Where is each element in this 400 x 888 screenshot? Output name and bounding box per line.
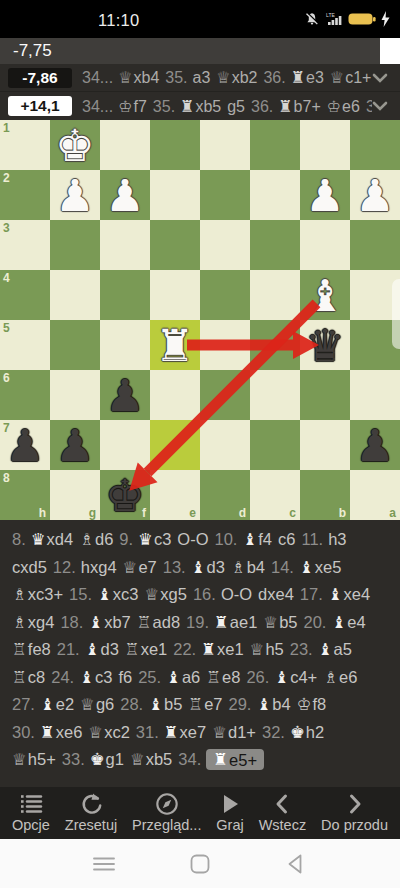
file-label: b (339, 506, 346, 520)
move-token[interactable]: ♖ad8 (137, 613, 180, 631)
file-label: a (389, 506, 396, 520)
square-g4[interactable] (50, 270, 100, 320)
move-token[interactable]: ♝b4 (256, 695, 290, 713)
white-pawn[interactable]: ♟ (100, 170, 150, 220)
move-token[interactable]: O-O (177, 530, 208, 548)
move-number: 19. (186, 613, 209, 631)
move-list-line: 8.♛xd4♗d69.♛c3O-O10.♝f4c611.h3 (12, 526, 388, 554)
square-d2[interactable] (200, 170, 250, 220)
white-bishop-figurine: ♝ (97, 585, 112, 604)
white-pawn[interactable]: ♟ (350, 170, 400, 220)
move-number: 36. (251, 98, 273, 115)
move-token[interactable]: ♝xe5 (299, 558, 341, 576)
white-bishop-figurine: ♝ (85, 640, 100, 659)
move-token[interactable]: ♝c4+ (274, 668, 317, 686)
white-rook[interactable]: ♜ (150, 320, 200, 370)
move-token[interactable]: ♕h5+ (12, 750, 56, 768)
move-token[interactable]: ♝xb7 (88, 613, 130, 631)
square-g3[interactable] (50, 220, 100, 270)
square-c8[interactable]: c (250, 470, 300, 520)
move-token[interactable]: ♜xe7 (164, 723, 206, 741)
rank-label: 5 (3, 321, 10, 335)
move-number: 31. (136, 723, 159, 741)
move-token[interactable]: ♛xd4 (31, 530, 73, 548)
square-a1[interactable] (350, 120, 400, 170)
review-button[interactable]: Przegląd... (132, 787, 201, 839)
square-c7[interactable] (250, 420, 300, 470)
move-number: 30. (12, 723, 35, 741)
move-token[interactable]: ♚h2 (290, 723, 324, 741)
white-bishop[interactable]: ♝ (300, 270, 350, 320)
square-a7[interactable]: ♟ (350, 420, 400, 470)
back-move-label: Wstecz (259, 817, 307, 833)
black-king-figurine: ♔ (297, 695, 312, 714)
square-h3[interactable]: 3 (0, 220, 50, 270)
black-pawn[interactable]: ♟ (350, 420, 400, 470)
move-token[interactable]: ♗b4 (231, 558, 265, 576)
android-nav-bar (0, 839, 400, 888)
white-bishop-figurine: ♝ (88, 613, 103, 632)
move-token[interactable]: ♝b5 (148, 695, 182, 713)
square-g7[interactable]: ♟ (50, 420, 100, 470)
square-e7[interactable] (150, 420, 200, 470)
move-number: 14. (271, 558, 294, 576)
square-d5[interactable] (200, 320, 250, 370)
black-queen[interactable]: ♛ (300, 320, 350, 370)
black-queen-figurine: ♕ (12, 750, 27, 769)
rank-label: 3 (3, 221, 10, 235)
square-h2[interactable]: 2 (0, 170, 50, 220)
square-c2[interactable] (250, 170, 300, 220)
white-bishop-figurine: ♝ (242, 530, 257, 549)
engine-line-2[interactable]: +14,1 34...♔f735.♜xb5g536.♜b7+♔e637. (0, 91, 400, 120)
move-number: 33. (62, 750, 85, 768)
move-token[interactable]: ♕xc2 (88, 723, 129, 741)
options-list-icon (19, 793, 43, 815)
square-b4[interactable]: ♝ (300, 270, 350, 320)
move-number: 35. (153, 98, 175, 115)
move-number: 20. (304, 613, 327, 631)
clock-text: 11:10 (98, 0, 140, 40)
white-rook-figurine: ♜ (180, 97, 194, 116)
square-f2[interactable]: ♟ (100, 170, 150, 220)
square-a2[interactable]: ♟ (350, 170, 400, 220)
white-bishop-figurine: ♝ (79, 668, 94, 687)
move-list-line: ♖c824.♝c3f625.♝a6♖e826.♝c4+♗e6 (12, 664, 388, 692)
black-queen-figurine: ♕ (88, 723, 103, 742)
move-number: 23. (290, 640, 313, 658)
black-rook-figurine: ♖ (12, 668, 27, 687)
move-token[interactable]: ♝a6 (166, 668, 200, 686)
square-h6[interactable]: 6 (0, 370, 50, 420)
move-number: 11. (301, 530, 323, 548)
move-number: 27. (12, 695, 35, 713)
move-token[interactable]: ♜xe6 (40, 723, 82, 741)
move-list-line: ♕h5+33.♚g1♕xb534.♜e5+ (12, 746, 388, 774)
black-queen-figurine: ♕ (250, 640, 265, 659)
black-queen-figurine: ♕ (212, 723, 227, 742)
move-token[interactable]: ♝a5 (318, 640, 352, 658)
evaluation-score: -7,75 (13, 38, 52, 64)
move-number: 13. (163, 558, 186, 576)
options-label: Opcje (12, 817, 50, 833)
status-bar: 11:10 LTE (0, 0, 400, 38)
square-f5[interactable] (100, 320, 150, 370)
move-token[interactable]: ♛c3 (138, 530, 171, 548)
square-e1[interactable] (150, 120, 200, 170)
square-g2[interactable]: ♟ (50, 170, 100, 220)
black-rook-figurine: ♖ (188, 695, 203, 714)
file-label: c (289, 506, 296, 520)
play-button[interactable]: Graj (216, 787, 243, 839)
square-d4[interactable] (200, 270, 250, 320)
move-token[interactable]: h3 (328, 530, 346, 548)
black-king-figurine: ♔ (327, 97, 341, 116)
white-rook-figurine: ♜ (291, 68, 305, 87)
white-king-figurine: ♚ (90, 750, 105, 769)
move-token[interactable]: ♕xb2 (216, 69, 257, 86)
move-list-line: cxd512.hxg4♕e713.♝d3♗b414.♝xe5 (12, 554, 388, 582)
move-token[interactable]: ♖e7 (188, 695, 222, 713)
forward-move-button[interactable]: Do przodu (321, 787, 388, 839)
move-token[interactable]: O-O (221, 585, 252, 603)
black-queen-figurine: ♕ (216, 68, 230, 87)
move-list-line: ♗xg418.♝xb7♖ad819.♜ae1♕b520.♝e4 (12, 609, 388, 637)
move-token[interactable]: ♕c1+ (330, 69, 372, 86)
square-e6[interactable] (150, 370, 200, 420)
black-rook-figurine: ♖ (12, 640, 27, 659)
move-number: 12. (53, 558, 76, 576)
square-e2[interactable] (150, 170, 200, 220)
white-rook-figurine: ♜ (278, 97, 292, 116)
back-triangle-icon[interactable] (283, 851, 309, 877)
chevron-right-icon (345, 792, 365, 816)
move-number: 34... (82, 98, 113, 115)
square-f7[interactable] (100, 420, 150, 470)
square-f1[interactable] (100, 120, 150, 170)
move-token[interactable]: ♗d6 (79, 530, 113, 548)
move-token[interactable]: ♝c3 (79, 668, 112, 686)
black-queen-figurine: ♕ (145, 585, 160, 604)
white-rook-figurine: ♜ (40, 723, 55, 742)
reset-icon (79, 792, 103, 816)
home-square-icon[interactable] (187, 851, 213, 877)
move-token[interactable]: ♕xg5 (145, 585, 187, 603)
white-queen-figurine: ♛ (138, 530, 153, 549)
move-number: 15. (69, 585, 92, 603)
black-queen-figurine: ♕ (330, 68, 344, 87)
play-label: Graj (216, 817, 243, 833)
move-token[interactable]: ♜xe1 (201, 640, 243, 658)
move-number: 34. (178, 750, 201, 768)
rank-label: 2 (3, 171, 10, 185)
move-list-line: ♖fe821.♝d3♖xe122.♜xe1♕h523.♝a5 (12, 636, 388, 664)
square-a6[interactable] (350, 370, 400, 420)
square-e5[interactable]: ♜ (150, 320, 200, 370)
black-queen-figurine: ♕ (130, 750, 145, 769)
move-token[interactable]: ♕d1+ (212, 723, 256, 741)
reset-label: Zresetuj (65, 817, 117, 833)
black-king[interactable]: ♚ (100, 470, 150, 520)
white-rook-figurine: ♜ (214, 613, 229, 632)
move-token[interactable]: ♗xg4 (12, 613, 54, 631)
square-g8[interactable]: g (50, 470, 100, 520)
move-token[interactable]: hxg4 (81, 558, 117, 576)
white-bishop-figurine: ♝ (40, 695, 55, 714)
square-h4[interactable]: 4 (0, 270, 50, 320)
square-g1[interactable]: ♚ (50, 120, 100, 170)
file-label: h (39, 506, 46, 520)
move-token[interactable]: ♝xc3 (97, 585, 138, 603)
options-button[interactable]: Opcje (12, 787, 50, 839)
engine-lines: -7,86 34...♕xb435.a3♕xb236.♜e3♕c1+ +14,1… (0, 64, 400, 120)
white-pawn[interactable]: ♟ (50, 170, 100, 220)
white-rook-figurine: ♜ (201, 640, 216, 659)
move-token[interactable]: ♖e8 (206, 668, 240, 686)
white-bishop-figurine: ♝ (331, 613, 346, 632)
square-e3[interactable] (150, 220, 200, 270)
white-bishop-figurine: ♝ (328, 585, 343, 604)
square-b5[interactable]: ♛ (300, 320, 350, 370)
white-bishop-figurine: ♝ (166, 668, 181, 687)
rank-label: 4 (3, 271, 10, 285)
square-d6[interactable] (200, 370, 250, 420)
move-list-line: ♗xc3+15.♝xc3♕xg516.O-Odxe417.♝xe4 (12, 581, 388, 609)
square-b7[interactable] (300, 420, 350, 470)
white-bishop-figurine: ♝ (191, 558, 206, 577)
move-list-line: 30.♜xe6♕xc231.♜xe7♕d1+32.♚h2 (12, 719, 388, 747)
move-number: 28. (120, 695, 143, 713)
explore-compass-icon (155, 792, 179, 816)
move-token[interactable]: ♖c8 (12, 668, 45, 686)
square-c3[interactable] (250, 220, 300, 270)
move-token[interactable]: ♝xe4 (328, 585, 370, 603)
move-token[interactable]: ♝e4 (331, 613, 365, 631)
chess-app-screen: 11:10 LTE -7, (0, 0, 400, 888)
move-number: 9. (119, 530, 133, 548)
square-d1[interactable] (200, 120, 250, 170)
engine-line-moves: 34...♔f735.♜xb5g536.♜b7+♔e637. (82, 97, 372, 116)
rank-label: 6 (3, 371, 10, 385)
black-queen-figurine: ♕ (263, 613, 278, 632)
menu-lines-icon[interactable] (91, 851, 117, 877)
move-number: 26. (246, 668, 269, 686)
bottom-toolbar: Opcje Zresetuj Przegląd... Graj (0, 787, 400, 839)
play-icon (219, 792, 241, 816)
svg-text:LTE: LTE (326, 12, 335, 18)
move-token[interactable]: ♕g6 (80, 695, 114, 713)
evaluation-bar: -7,75 (0, 38, 400, 64)
move-token[interactable]: ♜b7+ (278, 98, 320, 115)
move-number: 25. (138, 668, 161, 686)
reset-button[interactable]: Zresetuj (65, 787, 117, 839)
white-king-figurine: ♚ (290, 723, 305, 742)
black-bishop-figurine: ♗ (12, 585, 27, 604)
rank-label: 1 (3, 121, 10, 135)
square-c4[interactable] (250, 270, 300, 320)
black-bishop-figurine: ♗ (323, 668, 338, 687)
move-token[interactable]: g5 (227, 98, 245, 115)
move-token[interactable]: ♕h5 (250, 640, 284, 658)
black-queen-figurine: ♕ (118, 68, 132, 87)
black-rook-figurine: ♖ (125, 640, 140, 659)
chevron-down-icon[interactable] (372, 73, 388, 83)
engine-eval-badge: -7,86 (8, 68, 72, 88)
square-g6[interactable] (50, 370, 100, 420)
move-number: 34... (82, 69, 113, 86)
square-d3[interactable] (200, 220, 250, 270)
square-e8[interactable]: e (150, 470, 200, 520)
black-bishop-figurine: ♗ (79, 530, 94, 549)
move-token[interactable]: ♗e6 (323, 668, 357, 686)
move-token[interactable]: f6 (118, 668, 132, 686)
square-f3[interactable] (100, 220, 150, 270)
move-token[interactable]: a3 (193, 69, 211, 86)
square-b3[interactable] (300, 220, 350, 270)
signal-lte-icon: LTE (325, 11, 343, 27)
forward-move-label: Do przodu (321, 817, 388, 833)
square-c5[interactable] (250, 320, 300, 370)
board-edge-handle[interactable] (392, 279, 400, 349)
chess-board[interactable]: 1♚2♟♟♟♟34♝5♜♛6♟7♟♟♟8hgf♚edcba (0, 120, 400, 520)
rank-label: 8 (3, 471, 10, 485)
square-a8[interactable]: a (350, 470, 400, 520)
square-a3[interactable] (350, 220, 400, 270)
file-label: d (239, 506, 246, 520)
move-number: 16. (193, 585, 216, 603)
battery-charging-icon (348, 11, 376, 27)
white-rook-figurine: ♜ (164, 723, 179, 742)
move-token[interactable]: ♕xb4 (118, 69, 159, 86)
move-list-line: 27.♝e2♕g628.♝b5♖e729.♝b4♔f8 (12, 691, 388, 719)
move-number: 36. (263, 69, 285, 86)
white-bishop-figurine: ♝ (256, 695, 271, 714)
move-token[interactable]: ♝f4 (242, 530, 272, 548)
move-token[interactable]: ♝e2 (40, 695, 74, 713)
move-number: 24. (51, 668, 74, 686)
move-token[interactable]: ♕e7 (123, 558, 157, 576)
square-h7[interactable]: 7♟ (0, 420, 50, 470)
move-token[interactable]: dxe4 (258, 585, 294, 603)
black-pawn[interactable]: ♟ (50, 420, 100, 470)
file-label: e (189, 506, 196, 520)
move-token[interactable]: ♜ae1 (214, 613, 257, 631)
back-move-button[interactable]: Wstecz (259, 787, 307, 839)
square-f6[interactable]: ♟ (100, 370, 150, 420)
white-bishop-figurine: ♝ (318, 640, 333, 659)
move-number: 10. (215, 530, 238, 548)
charging-bolt-icon (381, 11, 390, 27)
move-token[interactable]: ♜e3 (291, 69, 324, 86)
square-d8[interactable]: d (200, 470, 250, 520)
black-pawn[interactable]: ♟ (0, 420, 50, 470)
move-token[interactable]: ♖xe1 (125, 640, 167, 658)
move-token[interactable]: ♔e6 (327, 98, 360, 115)
black-king-figurine: ♔ (118, 97, 132, 116)
move-number: 17. (300, 585, 323, 603)
move-number: 32. (262, 723, 285, 741)
square-b6[interactable] (300, 370, 350, 420)
move-token[interactable]: ♕xb5 (130, 750, 172, 768)
current-move-token[interactable]: ♜e5+ (206, 749, 264, 770)
move-token[interactable]: ♝d3 (85, 640, 119, 658)
move-number: 35. (165, 69, 187, 86)
square-b8[interactable]: b (300, 470, 350, 520)
move-token[interactable]: ♗xc3+ (12, 585, 63, 603)
mute-bell-icon (304, 11, 320, 27)
chevron-left-icon (272, 792, 292, 816)
move-number: 21. (57, 640, 80, 658)
move-token[interactable]: ♝d3 (191, 558, 225, 576)
black-rook-figurine: ♖ (137, 613, 152, 632)
square-f4[interactable] (100, 270, 150, 320)
move-number: 18. (60, 613, 83, 631)
move-token[interactable]: ♔f7 (118, 98, 147, 115)
black-bishop-figurine: ♗ (231, 558, 246, 577)
move-number: 29. (229, 695, 252, 713)
square-e4[interactable] (150, 270, 200, 320)
move-number: 22. (173, 640, 196, 658)
white-bishop-figurine: ♝ (299, 558, 314, 577)
square-h1[interactable]: 1 (0, 120, 50, 170)
engine-eval-badge: +14,1 (8, 96, 72, 116)
evaluation-white-segment (380, 38, 400, 64)
file-label: g (89, 506, 96, 520)
move-number: 8. (12, 530, 26, 548)
square-c1[interactable] (250, 120, 300, 170)
move-token[interactable]: ♖fe8 (12, 640, 51, 658)
review-label: Przegląd... (132, 817, 201, 833)
move-token[interactable]: ♚g1 (90, 750, 124, 768)
move-token[interactable]: c6 (278, 530, 295, 548)
black-rook-figurine: ♖ (206, 668, 221, 687)
move-token[interactable]: ♔f8 (297, 695, 327, 713)
black-queen-figurine: ♕ (123, 558, 138, 577)
white-pawn[interactable]: ♟ (300, 170, 350, 220)
white-bishop-figurine: ♝ (274, 668, 289, 687)
move-token[interactable]: ♜xb5 (180, 98, 221, 115)
move-token[interactable]: cxd5 (12, 558, 47, 576)
move-token[interactable]: ♕b5 (263, 613, 297, 631)
black-pawn[interactable]: ♟ (100, 370, 150, 420)
square-c6[interactable] (250, 370, 300, 420)
square-b2[interactable]: ♟ (300, 170, 350, 220)
square-h8[interactable]: 8h (0, 470, 50, 520)
white-king[interactable]: ♚ (50, 120, 100, 170)
white-bishop-figurine: ♝ (148, 695, 163, 714)
square-g5[interactable] (50, 320, 100, 370)
engine-line-1[interactable]: -7,86 34...♕xb435.a3♕xb236.♜e3♕c1+ (0, 64, 400, 91)
engine-line-moves: 34...♕xb435.a3♕xb236.♜e3♕c1+ (82, 68, 372, 87)
white-queen-figurine: ♛ (31, 530, 46, 549)
square-h5[interactable]: 5 (0, 320, 50, 370)
white-rook-figurine: ♜ (213, 750, 228, 769)
square-d7[interactable] (200, 420, 250, 470)
black-queen-figurine: ♕ (80, 695, 95, 714)
square-b1[interactable] (300, 120, 350, 170)
black-bishop-figurine: ♗ (12, 613, 27, 632)
chevron-down-icon[interactable] (372, 101, 388, 111)
square-f8[interactable]: f♚ (100, 470, 150, 520)
move-list: 8.♛xd4♗d69.♛c3O-O10.♝f4c611.h3cxd512.hxg… (0, 520, 400, 787)
